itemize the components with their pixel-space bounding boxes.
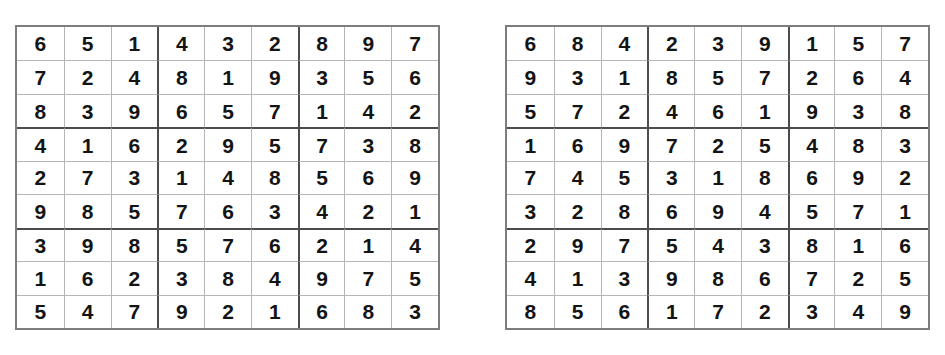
cell-r6c6: 4 <box>741 194 788 227</box>
cell-r7c9: 6 <box>881 228 928 261</box>
cell-r7c6: 3 <box>741 228 788 261</box>
cell-r6c9: 1 <box>881 194 928 227</box>
cell-r1c9: 7 <box>881 27 928 60</box>
cell-r6c4: 7 <box>157 194 204 227</box>
cell-r6c9: 1 <box>391 194 438 227</box>
cell-r7c3: 8 <box>111 228 158 261</box>
cell-r6c3: 8 <box>601 194 648 227</box>
cell-r1c2: 5 <box>64 27 111 60</box>
cell-r8c8: 2 <box>834 261 881 294</box>
cell-r1c6: 2 <box>251 27 298 60</box>
cell-r7c2: 9 <box>64 228 111 261</box>
cell-r8c1: 1 <box>17 261 64 294</box>
cell-r5c6: 8 <box>741 161 788 194</box>
cell-r7c5: 4 <box>694 228 741 261</box>
cell-r6c8: 7 <box>834 194 881 227</box>
cell-r3c8: 3 <box>834 94 881 127</box>
cell-r7c8: 1 <box>834 228 881 261</box>
cell-r1c6: 9 <box>741 27 788 60</box>
cell-r9c9: 9 <box>881 295 928 328</box>
cell-r3c9: 2 <box>391 94 438 127</box>
cell-r8c6: 6 <box>741 261 788 294</box>
cell-r6c2: 2 <box>554 194 601 227</box>
cell-r4c1: 1 <box>507 127 554 160</box>
cell-r5c5: 4 <box>204 161 251 194</box>
cell-r8c2: 1 <box>554 261 601 294</box>
cell-r1c8: 9 <box>344 27 391 60</box>
cell-r3c5: 5 <box>204 94 251 127</box>
cell-r8c5: 8 <box>694 261 741 294</box>
cell-r5c8: 9 <box>834 161 881 194</box>
cell-r2c4: 8 <box>157 60 204 93</box>
cell-r6c1: 9 <box>17 194 64 227</box>
cell-r9c6: 1 <box>251 295 298 328</box>
cell-r9c8: 4 <box>834 295 881 328</box>
cell-r3c2: 3 <box>64 94 111 127</box>
cell-r4c2: 1 <box>64 127 111 160</box>
cell-r2c3: 4 <box>111 60 158 93</box>
cell-r2c7: 2 <box>788 60 835 93</box>
page: 6514328977248193568396571424162957382731… <box>0 0 945 355</box>
cell-r3c3: 2 <box>601 94 648 127</box>
cell-r9c3: 7 <box>111 295 158 328</box>
cell-r4c2: 6 <box>554 127 601 160</box>
cell-r5c3: 5 <box>601 161 648 194</box>
cell-r1c3: 4 <box>601 27 648 60</box>
cell-r3c6: 1 <box>741 94 788 127</box>
cell-r1c9: 7 <box>391 27 438 60</box>
cell-r8c4: 9 <box>647 261 694 294</box>
cell-r6c7: 5 <box>788 194 835 227</box>
cell-r5c3: 3 <box>111 161 158 194</box>
cell-r9c4: 9 <box>157 295 204 328</box>
cell-r5c2: 4 <box>554 161 601 194</box>
cell-r2c3: 1 <box>601 60 648 93</box>
cell-r3c7: 9 <box>788 94 835 127</box>
cell-r6c1: 3 <box>507 194 554 227</box>
cell-r9c5: 2 <box>204 295 251 328</box>
cell-r4c6: 5 <box>251 127 298 160</box>
cell-r2c1: 7 <box>17 60 64 93</box>
cell-r5c1: 2 <box>17 161 64 194</box>
cell-r5c2: 7 <box>64 161 111 194</box>
cell-r4c6: 5 <box>741 127 788 160</box>
cell-r8c3: 2 <box>111 261 158 294</box>
cell-r9c5: 7 <box>694 295 741 328</box>
cell-r7c9: 4 <box>391 228 438 261</box>
cell-r2c2: 3 <box>554 60 601 93</box>
cell-r8c8: 7 <box>344 261 391 294</box>
cell-r6c7: 4 <box>298 194 345 227</box>
cell-r7c2: 9 <box>554 228 601 261</box>
cell-r4c1: 4 <box>17 127 64 160</box>
cell-r7c7: 2 <box>298 228 345 261</box>
cell-r4c5: 9 <box>204 127 251 160</box>
cell-r9c6: 2 <box>741 295 788 328</box>
cell-r3c4: 4 <box>647 94 694 127</box>
cell-r6c6: 3 <box>251 194 298 227</box>
cell-r1c1: 6 <box>507 27 554 60</box>
cell-r2c5: 1 <box>204 60 251 93</box>
cell-r2c8: 6 <box>834 60 881 93</box>
cell-r7c8: 1 <box>344 228 391 261</box>
cell-r4c9: 8 <box>391 127 438 160</box>
cell-r7c7: 8 <box>788 228 835 261</box>
cell-r4c4: 2 <box>157 127 204 160</box>
cell-r5c7: 6 <box>788 161 835 194</box>
cell-r8c4: 3 <box>157 261 204 294</box>
cell-r4c4: 7 <box>647 127 694 160</box>
cell-r3c6: 7 <box>251 94 298 127</box>
cell-r1c5: 3 <box>204 27 251 60</box>
cell-r6c3: 5 <box>111 194 158 227</box>
cell-r4c9: 3 <box>881 127 928 160</box>
cell-r2c7: 3 <box>298 60 345 93</box>
cell-r4c3: 9 <box>601 127 648 160</box>
cell-r9c4: 1 <box>647 295 694 328</box>
cell-r2c6: 7 <box>741 60 788 93</box>
cell-r9c8: 8 <box>344 295 391 328</box>
cell-r8c9: 5 <box>881 261 928 294</box>
cell-r1c3: 1 <box>111 27 158 60</box>
cell-r4c8: 3 <box>344 127 391 160</box>
cell-r8c6: 4 <box>251 261 298 294</box>
cell-r8c7: 7 <box>788 261 835 294</box>
cell-r4c5: 2 <box>694 127 741 160</box>
cell-r9c1: 5 <box>17 295 64 328</box>
cell-r2c9: 4 <box>881 60 928 93</box>
cell-r7c1: 2 <box>507 228 554 261</box>
cell-r1c7: 8 <box>298 27 345 60</box>
cell-r6c5: 9 <box>694 194 741 227</box>
cell-r2c9: 6 <box>391 60 438 93</box>
cell-r6c2: 8 <box>64 194 111 227</box>
cell-r9c3: 6 <box>601 295 648 328</box>
cell-r3c1: 5 <box>507 94 554 127</box>
cell-r3c3: 9 <box>111 94 158 127</box>
cell-r2c6: 9 <box>251 60 298 93</box>
cell-r3c1: 8 <box>17 94 64 127</box>
cell-r9c2: 5 <box>554 295 601 328</box>
cell-r5c1: 7 <box>507 161 554 194</box>
cell-r2c4: 8 <box>647 60 694 93</box>
cell-r8c1: 4 <box>507 261 554 294</box>
cell-r8c3: 3 <box>601 261 648 294</box>
cell-r5c4: 3 <box>647 161 694 194</box>
cell-r9c7: 3 <box>788 295 835 328</box>
cell-r6c5: 6 <box>204 194 251 227</box>
sudoku-grid-left: 6514328977248193568396571424162957382731… <box>15 25 440 330</box>
cell-r3c4: 6 <box>157 94 204 127</box>
cell-r2c5: 5 <box>694 60 741 93</box>
cell-r3c7: 1 <box>298 94 345 127</box>
cell-r1c7: 1 <box>788 27 835 60</box>
cell-r3c8: 4 <box>344 94 391 127</box>
cell-r1c8: 5 <box>834 27 881 60</box>
cell-r1c1: 6 <box>17 27 64 60</box>
cell-r8c9: 5 <box>391 261 438 294</box>
cell-r5c5: 1 <box>694 161 741 194</box>
cell-r8c2: 6 <box>64 261 111 294</box>
cell-r3c5: 6 <box>694 94 741 127</box>
cell-r9c2: 4 <box>64 295 111 328</box>
cell-r2c1: 9 <box>507 60 554 93</box>
sudoku-grid-right: 6842391579318572645724619381697254837453… <box>505 25 930 330</box>
cell-r9c1: 8 <box>507 295 554 328</box>
cell-r5c6: 8 <box>251 161 298 194</box>
cell-r1c2: 8 <box>554 27 601 60</box>
cell-r5c7: 5 <box>298 161 345 194</box>
cell-r3c9: 8 <box>881 94 928 127</box>
cell-r2c2: 2 <box>64 60 111 93</box>
cell-r1c4: 2 <box>647 27 694 60</box>
cell-r3c2: 7 <box>554 94 601 127</box>
cell-r1c5: 3 <box>694 27 741 60</box>
cell-r4c8: 8 <box>834 127 881 160</box>
cell-r7c6: 6 <box>251 228 298 261</box>
cell-r8c7: 9 <box>298 261 345 294</box>
cell-r6c4: 6 <box>647 194 694 227</box>
cell-r9c7: 6 <box>298 295 345 328</box>
cell-r4c7: 7 <box>298 127 345 160</box>
cell-r5c8: 6 <box>344 161 391 194</box>
cell-r5c4: 1 <box>157 161 204 194</box>
cell-r7c3: 7 <box>601 228 648 261</box>
cell-r1c4: 4 <box>157 27 204 60</box>
cell-r5c9: 9 <box>391 161 438 194</box>
cell-r7c5: 7 <box>204 228 251 261</box>
cell-r4c7: 4 <box>788 127 835 160</box>
cell-r2c8: 5 <box>344 60 391 93</box>
cell-r6c8: 2 <box>344 194 391 227</box>
cell-r7c1: 3 <box>17 228 64 261</box>
cell-r7c4: 5 <box>647 228 694 261</box>
cell-r9c9: 3 <box>391 295 438 328</box>
cell-r7c4: 5 <box>157 228 204 261</box>
cell-r4c3: 6 <box>111 127 158 160</box>
cell-r8c5: 8 <box>204 261 251 294</box>
cell-r5c9: 2 <box>881 161 928 194</box>
